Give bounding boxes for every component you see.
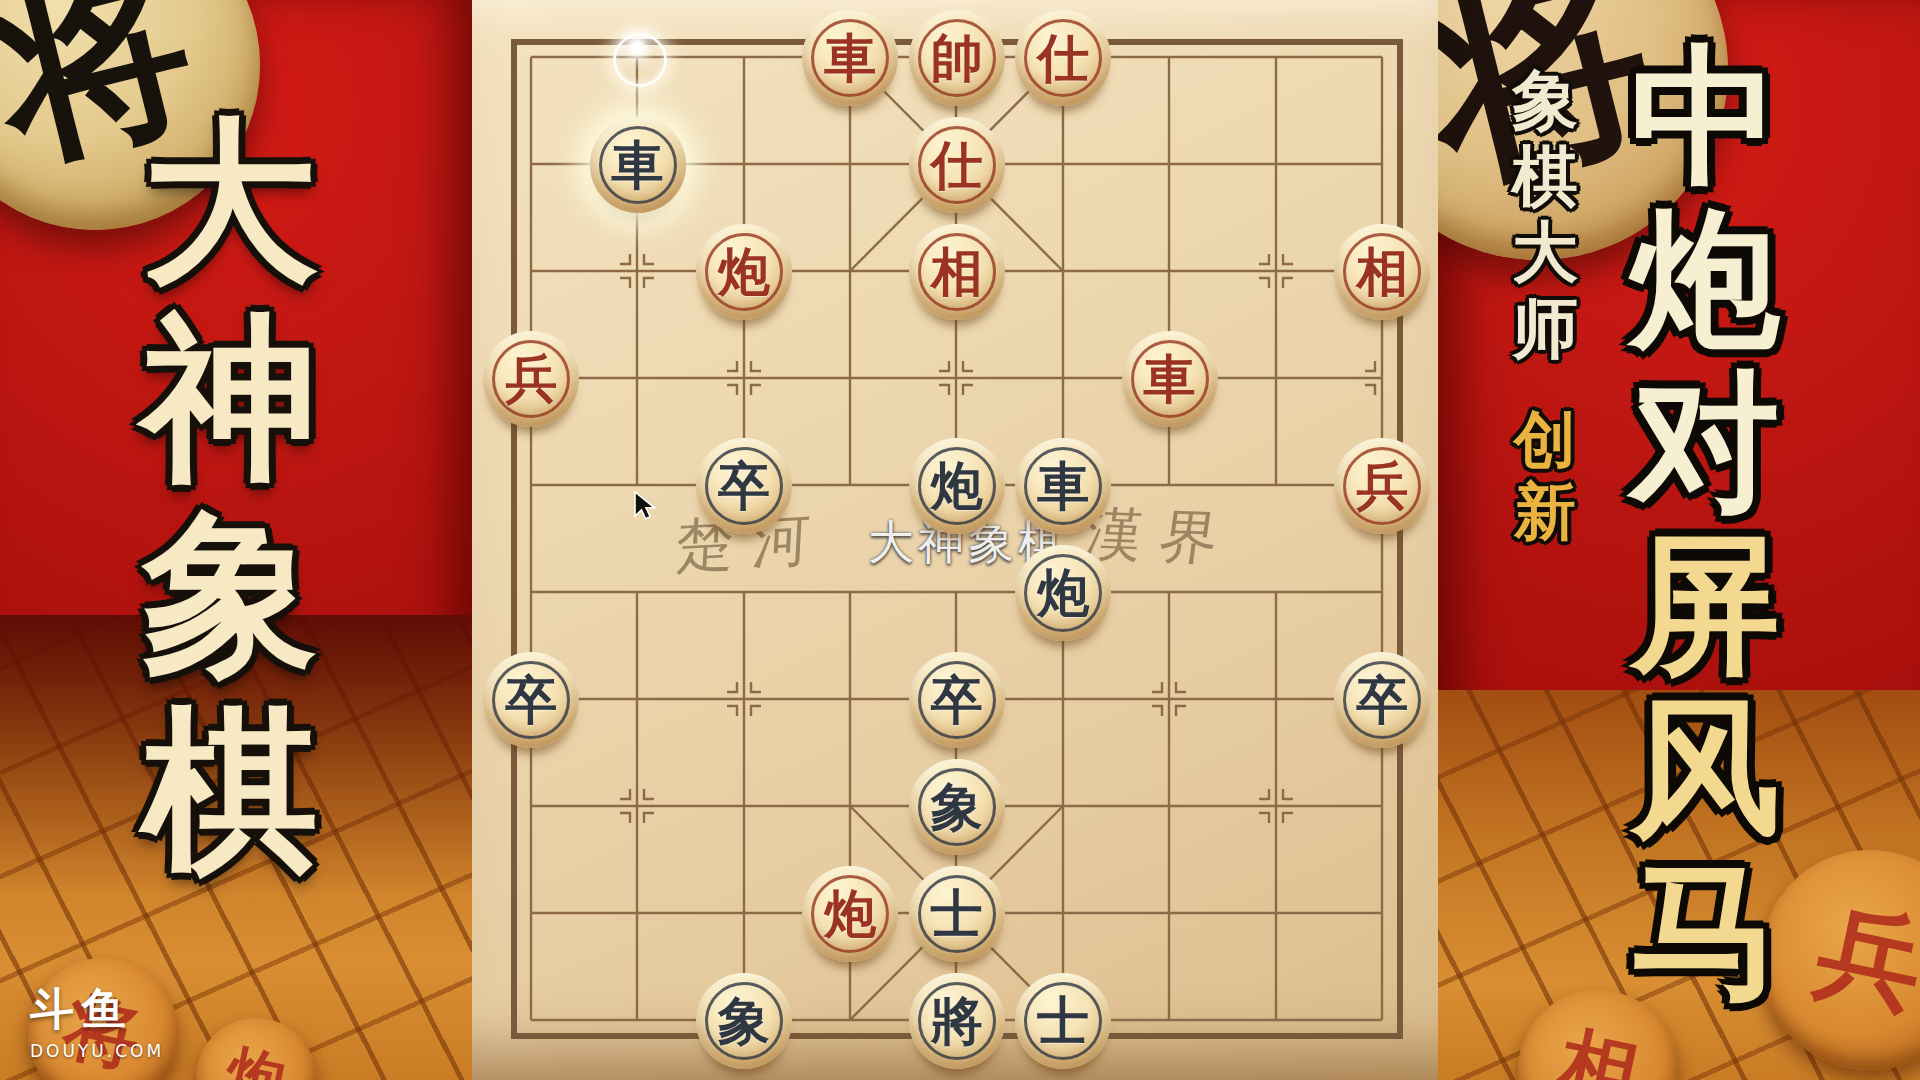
piece-black-advisor[interactable]: 士 (1015, 973, 1111, 1069)
piece-character: 車 (1037, 441, 1089, 531)
piece-black-pawn[interactable]: 卒 (483, 652, 579, 748)
piece-character: 士 (931, 869, 983, 959)
mouse-cursor (633, 491, 663, 527)
piece-black-chariot[interactable]: 車 (1015, 438, 1111, 534)
douyu-logo-cn: 斗鱼 (30, 980, 164, 1039)
piece-red-chariot[interactable]: 車 (802, 10, 898, 106)
piece-red-pawn[interactable]: 兵 (483, 331, 579, 427)
right-subtitle-vertical: 象棋大师 (1500, 62, 1590, 366)
piece-character: 車 (1144, 334, 1196, 424)
piece-character: 卒 (1356, 655, 1408, 745)
piece-red-advisor[interactable]: 仕 (1015, 10, 1111, 106)
piece-character: 炮 (718, 227, 770, 317)
stream-frame: 将 将 炮 大神象棋 斗鱼 DOUYU.COM 将 兵 相 象棋大师 创新 中炮… (0, 0, 1920, 1080)
piece-character: 仕 (1037, 13, 1089, 103)
piece-character: 相 (931, 227, 983, 317)
banner-char: 对 (1630, 360, 1780, 523)
piece-character: 炮 (824, 869, 876, 959)
piece-character: 卒 (505, 655, 557, 745)
piece-red-pawn[interactable]: 兵 (1334, 438, 1430, 534)
piece-character: 炮 (931, 441, 983, 531)
banner-char: 风 (1630, 686, 1780, 849)
banner-char: 大 (1512, 214, 1578, 290)
piece-red-elephant[interactable]: 相 (1334, 224, 1430, 320)
banner-char: 象 (1512, 62, 1578, 138)
piece-black-pawn[interactable]: 卒 (909, 652, 1005, 748)
left-title-vertical: 大神象棋 (118, 104, 342, 888)
douyu-logo: 斗鱼 DOUYU.COM (30, 980, 164, 1061)
piece-character: 帥 (931, 13, 983, 103)
piece-character: 車 (824, 13, 876, 103)
banner-char: 炮 (1630, 197, 1780, 360)
piece-black-elephant[interactable]: 象 (696, 973, 792, 1069)
banner-char: 屏 (1630, 523, 1780, 686)
right-title-vertical: 中炮对屏风马 (1610, 34, 1800, 1012)
banner-char: 棋 (142, 692, 318, 888)
piece-character: 士 (1037, 976, 1089, 1066)
piece-character: 相 (1356, 227, 1408, 317)
piece-black-elephant[interactable]: 象 (909, 759, 1005, 855)
banner-char: 创 (1514, 404, 1576, 476)
piece-black-cannon[interactable]: 炮 (909, 438, 1005, 534)
piece-red-advisor[interactable]: 仕 (909, 117, 1005, 213)
piece-black-king[interactable]: 將 (909, 973, 1005, 1069)
piece-red-king[interactable]: 帥 (909, 10, 1005, 106)
piece-character: 仕 (931, 120, 983, 210)
banner-char: 师 (1512, 290, 1578, 366)
piece-black-chariot[interactable]: 車 (590, 117, 686, 213)
right-accent-vertical: 创新 (1502, 404, 1588, 548)
piece-black-cannon[interactable]: 炮 (1015, 545, 1111, 641)
piece-red-cannon[interactable]: 炮 (802, 866, 898, 962)
douyu-logo-en: DOUYU.COM (30, 1041, 164, 1061)
piece-red-chariot[interactable]: 車 (1122, 331, 1218, 427)
piece-character: 卒 (718, 441, 770, 531)
piece-character: 車 (612, 120, 664, 210)
piece-black-pawn[interactable]: 卒 (1334, 652, 1430, 748)
piece-character: 兵 (1356, 441, 1408, 531)
banner-char: 象 (142, 496, 318, 692)
piece-character: 兵 (505, 334, 557, 424)
banner-char: 大 (142, 104, 318, 300)
piece-red-elephant[interactable]: 相 (909, 224, 1005, 320)
piece-character: 將 (931, 976, 983, 1066)
banner-char: 棋 (1512, 138, 1578, 214)
piece-black-pawn[interactable]: 卒 (696, 438, 792, 534)
banner-char: 马 (1630, 849, 1780, 1012)
piece-black-advisor[interactable]: 士 (909, 866, 1005, 962)
piece-character: 炮 (1037, 548, 1089, 638)
banner-char: 新 (1514, 476, 1576, 548)
banner-char: 中 (1630, 34, 1780, 197)
piece-character: 卒 (931, 655, 983, 745)
piece-character: 象 (931, 762, 983, 852)
xiangqi-board[interactable]: 車帥仕車仕炮相相兵車卒炮車兵炮卒卒卒象炮士象將士 (478, 4, 1436, 1074)
piece-character: 象 (718, 976, 770, 1066)
banner-char: 神 (142, 300, 318, 496)
piece-red-cannon[interactable]: 炮 (696, 224, 792, 320)
